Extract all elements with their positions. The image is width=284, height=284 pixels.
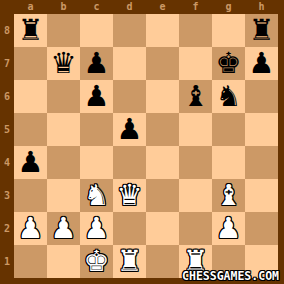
square-a8[interactable]: ♜ (14, 14, 47, 47)
square-c7[interactable]: ♟ (80, 47, 113, 80)
piece-black-pawn: ♟ (245, 47, 278, 80)
chessgames-logo[interactable]: CHESSGAMES.COM (182, 269, 279, 283)
square-d4[interactable] (113, 146, 146, 179)
square-g4[interactable] (212, 146, 245, 179)
file-labels: abcdefgh (14, 0, 278, 14)
rank-label-5: 5 (0, 113, 14, 146)
piece-black-queen: ♛ (47, 47, 80, 80)
piece-black-king: ♚ (212, 47, 245, 80)
square-h5[interactable] (245, 113, 278, 146)
piece-white-king: ♚ (80, 245, 113, 278)
square-a1[interactable] (14, 245, 47, 278)
file-label-f: f (179, 0, 212, 14)
chess-board: ♜♜♛♟♚♟♟♝♞♟♟♞♛♝♟♟♟♟♚♜♜ (14, 14, 278, 278)
square-a4[interactable]: ♟ (14, 146, 47, 179)
piece-black-knight: ♞ (212, 80, 245, 113)
piece-black-rook: ♜ (245, 14, 278, 47)
piece-white-rook: ♜ (113, 245, 146, 278)
square-d2[interactable] (113, 212, 146, 245)
file-label-g: g (212, 0, 245, 14)
piece-white-queen: ♛ (113, 179, 146, 212)
square-c6[interactable]: ♟ (80, 80, 113, 113)
square-h8[interactable]: ♜ (245, 14, 278, 47)
square-g6[interactable]: ♞ (212, 80, 245, 113)
square-d7[interactable] (113, 47, 146, 80)
file-label-a: a (14, 0, 47, 14)
square-a7[interactable] (14, 47, 47, 80)
piece-white-knight: ♞ (80, 179, 113, 212)
square-c8[interactable] (80, 14, 113, 47)
square-e3[interactable] (146, 179, 179, 212)
rank-label-6: 6 (0, 80, 14, 113)
square-g8[interactable] (212, 14, 245, 47)
square-b4[interactable] (47, 146, 80, 179)
square-b1[interactable] (47, 245, 80, 278)
piece-black-pawn: ♟ (80, 80, 113, 113)
square-f3[interactable] (179, 179, 212, 212)
square-h4[interactable] (245, 146, 278, 179)
square-d3[interactable]: ♛ (113, 179, 146, 212)
square-g3[interactable]: ♝ (212, 179, 245, 212)
piece-white-pawn: ♟ (14, 212, 47, 245)
square-e4[interactable] (146, 146, 179, 179)
square-a3[interactable] (14, 179, 47, 212)
square-e6[interactable] (146, 80, 179, 113)
piece-black-rook: ♜ (14, 14, 47, 47)
square-e7[interactable] (146, 47, 179, 80)
rank-label-4: 4 (0, 146, 14, 179)
square-b7[interactable]: ♛ (47, 47, 80, 80)
piece-black-bishop: ♝ (179, 80, 212, 113)
rank-label-2: 2 (0, 212, 14, 245)
square-f2[interactable] (179, 212, 212, 245)
square-b8[interactable] (47, 14, 80, 47)
piece-white-bishop: ♝ (212, 179, 245, 212)
square-f6[interactable]: ♝ (179, 80, 212, 113)
square-c1[interactable]: ♚ (80, 245, 113, 278)
piece-white-pawn: ♟ (212, 212, 245, 245)
square-b2[interactable]: ♟ (47, 212, 80, 245)
file-label-e: e (146, 0, 179, 14)
rank-label-8: 8 (0, 14, 14, 47)
square-d5[interactable]: ♟ (113, 113, 146, 146)
square-f7[interactable] (179, 47, 212, 80)
square-b3[interactable] (47, 179, 80, 212)
rank-label-3: 3 (0, 179, 14, 212)
square-f8[interactable] (179, 14, 212, 47)
piece-white-pawn: ♟ (47, 212, 80, 245)
piece-black-pawn: ♟ (113, 113, 146, 146)
square-h7[interactable]: ♟ (245, 47, 278, 80)
square-d1[interactable]: ♜ (113, 245, 146, 278)
square-h3[interactable] (245, 179, 278, 212)
square-f5[interactable] (179, 113, 212, 146)
file-label-h: h (245, 0, 278, 14)
square-a5[interactable] (14, 113, 47, 146)
square-b5[interactable] (47, 113, 80, 146)
square-c3[interactable]: ♞ (80, 179, 113, 212)
square-b6[interactable] (47, 80, 80, 113)
piece-black-pawn: ♟ (14, 146, 47, 179)
square-e2[interactable] (146, 212, 179, 245)
rank-label-1: 1 (0, 245, 14, 278)
square-a2[interactable]: ♟ (14, 212, 47, 245)
square-h2[interactable] (245, 212, 278, 245)
square-g5[interactable] (212, 113, 245, 146)
chess-diagram: abcdefgh 87654321 ♜♜♛♟♚♟♟♝♞♟♟♞♛♝♟♟♟♟♚♜♜ … (0, 0, 284, 284)
piece-white-pawn: ♟ (80, 212, 113, 245)
square-g7[interactable]: ♚ (212, 47, 245, 80)
file-label-b: b (47, 0, 80, 14)
square-a6[interactable] (14, 80, 47, 113)
square-e5[interactable] (146, 113, 179, 146)
square-f4[interactable] (179, 146, 212, 179)
square-d6[interactable] (113, 80, 146, 113)
rank-label-7: 7 (0, 47, 14, 80)
square-c5[interactable] (80, 113, 113, 146)
square-g2[interactable]: ♟ (212, 212, 245, 245)
square-c4[interactable] (80, 146, 113, 179)
rank-labels: 87654321 (0, 14, 14, 278)
file-label-d: d (113, 0, 146, 14)
file-label-c: c (80, 0, 113, 14)
square-h6[interactable] (245, 80, 278, 113)
square-c2[interactable]: ♟ (80, 212, 113, 245)
square-e8[interactable] (146, 14, 179, 47)
square-e1[interactable] (146, 245, 179, 278)
piece-black-pawn: ♟ (80, 47, 113, 80)
square-d8[interactable] (113, 14, 146, 47)
